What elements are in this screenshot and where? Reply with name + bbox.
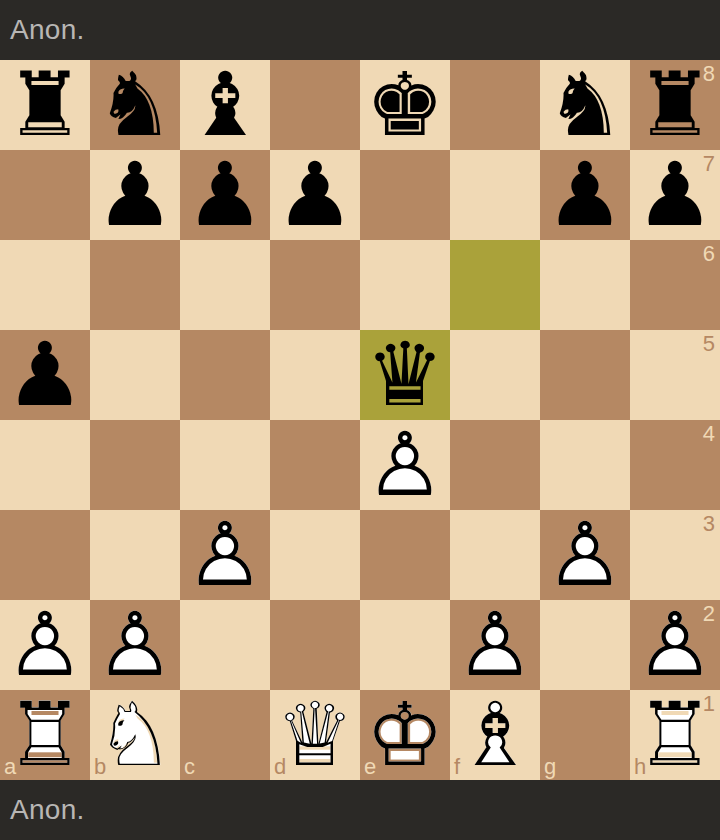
square-c6[interactable] (180, 240, 270, 330)
square-h4[interactable]: 4 (630, 420, 720, 510)
square-h2[interactable]: ♟♙2 (630, 600, 720, 690)
square-b3[interactable] (90, 510, 180, 600)
white-queen-outline: ♕ (270, 690, 360, 780)
white-bishop-piece: ♝♗ (450, 690, 540, 780)
square-g3[interactable]: ♟♙ (540, 510, 630, 600)
black-pawn-piece: ♟ (630, 150, 720, 240)
square-e4[interactable]: ♟♙ (360, 420, 450, 510)
square-a6[interactable] (0, 240, 90, 330)
black-pawn-glyph: ♟ (630, 150, 720, 240)
square-a5[interactable]: ♟ (0, 330, 90, 420)
square-g6[interactable] (540, 240, 630, 330)
square-d7[interactable]: ♟ (270, 150, 360, 240)
white-pawn-piece: ♟♙ (0, 600, 90, 690)
square-a1[interactable]: ♜♖a (0, 690, 90, 780)
white-pawn-glyph: ♟ (630, 600, 720, 690)
white-rook-piece: ♜♖ (630, 690, 720, 780)
white-queen-glyph: ♛ (270, 690, 360, 780)
black-rook-piece: ♜ (0, 60, 90, 150)
square-c4[interactable] (180, 420, 270, 510)
square-a3[interactable] (0, 510, 90, 600)
square-f8[interactable] (450, 60, 540, 150)
square-b4[interactable] (90, 420, 180, 510)
square-e2[interactable] (360, 600, 450, 690)
rank-label-6: 6 (703, 243, 715, 265)
white-pawn-piece: ♟♙ (540, 510, 630, 600)
square-d4[interactable] (270, 420, 360, 510)
square-b5[interactable] (90, 330, 180, 420)
bottom-player-name[interactable]: Anon. (10, 794, 85, 826)
square-a4[interactable] (0, 420, 90, 510)
square-e7[interactable] (360, 150, 450, 240)
square-b8[interactable]: ♞ (90, 60, 180, 150)
white-pawn-glyph: ♟ (180, 510, 270, 600)
black-pawn-glyph: ♟ (270, 150, 360, 240)
square-g1[interactable]: g (540, 690, 630, 780)
white-rook-outline: ♖ (0, 690, 90, 780)
black-pawn-glyph: ♟ (0, 330, 90, 420)
white-queen-piece: ♛♕ (270, 690, 360, 780)
square-f7[interactable] (450, 150, 540, 240)
square-d6[interactable] (270, 240, 360, 330)
square-f5[interactable] (450, 330, 540, 420)
black-knight-glyph: ♞ (90, 60, 180, 150)
black-pawn-glyph: ♟ (90, 150, 180, 240)
square-b1[interactable]: ♞♘b (90, 690, 180, 780)
square-a7[interactable] (0, 150, 90, 240)
black-bishop-piece: ♝ (180, 60, 270, 150)
white-king-glyph: ♚ (360, 690, 450, 780)
top-player-name[interactable]: Anon. (10, 14, 85, 46)
top-player-bar: Anon. (0, 0, 720, 60)
black-pawn-piece: ♟ (540, 150, 630, 240)
square-e1[interactable]: ♚♔e (360, 690, 450, 780)
square-g5[interactable] (540, 330, 630, 420)
square-c8[interactable]: ♝ (180, 60, 270, 150)
black-pawn-piece: ♟ (270, 150, 360, 240)
black-bishop-glyph: ♝ (180, 60, 270, 150)
square-d8[interactable] (270, 60, 360, 150)
white-pawn-glyph: ♟ (360, 420, 450, 510)
white-rook-outline: ♖ (630, 690, 720, 780)
square-d2[interactable] (270, 600, 360, 690)
bottom-player-bar: Anon. (0, 780, 720, 840)
black-knight-glyph: ♞ (540, 60, 630, 150)
black-queen-piece: ♛ (360, 330, 450, 420)
black-pawn-piece: ♟ (180, 150, 270, 240)
white-king-piece: ♚♔ (360, 690, 450, 780)
black-rook-glyph: ♜ (630, 60, 720, 150)
square-g2[interactable] (540, 600, 630, 690)
white-knight-outline: ♘ (90, 690, 180, 780)
square-f6[interactable] (450, 240, 540, 330)
square-f3[interactable] (450, 510, 540, 600)
file-label-c: c (184, 756, 195, 778)
square-h7[interactable]: ♟7 (630, 150, 720, 240)
white-bishop-glyph: ♝ (450, 690, 540, 780)
black-rook-piece: ♜ (630, 60, 720, 150)
square-f4[interactable] (450, 420, 540, 510)
black-pawn-piece: ♟ (0, 330, 90, 420)
rank-label-3: 3 (703, 513, 715, 535)
chess-board[interactable]: ♜♞♝♚♞♜8♟♟♟♟♟76♟♛5♟♙4♟♙♟♙3♟♙♟♙♟♙♟♙2♜♖a♞♘b… (0, 60, 720, 780)
square-d5[interactable] (270, 330, 360, 420)
white-rook-piece: ♜♖ (0, 690, 90, 780)
white-pawn-outline: ♙ (360, 420, 450, 510)
square-e5[interactable]: ♛ (360, 330, 450, 420)
black-pawn-piece: ♟ (90, 150, 180, 240)
white-pawn-glyph: ♟ (540, 510, 630, 600)
game-embed: Anon. ♜♞♝♚♞♜8♟♟♟♟♟76♟♛5♟♙4♟♙♟♙3♟♙♟♙♟♙♟♙2… (0, 0, 720, 840)
square-b7[interactable]: ♟ (90, 150, 180, 240)
white-pawn-outline: ♙ (540, 510, 630, 600)
white-rook-glyph: ♜ (630, 690, 720, 780)
white-pawn-outline: ♙ (450, 600, 540, 690)
white-pawn-piece: ♟♙ (90, 600, 180, 690)
square-b6[interactable] (90, 240, 180, 330)
white-pawn-piece: ♟♙ (180, 510, 270, 600)
rank-label-5: 5 (703, 333, 715, 355)
square-c2[interactable] (180, 600, 270, 690)
square-h1[interactable]: ♜♖h1 (630, 690, 720, 780)
white-pawn-outline: ♙ (630, 600, 720, 690)
white-pawn-glyph: ♟ (90, 600, 180, 690)
white-knight-piece: ♞♘ (90, 690, 180, 780)
square-f1[interactable]: ♝♗f (450, 690, 540, 780)
square-c3[interactable]: ♟♙ (180, 510, 270, 600)
square-g8[interactable]: ♞ (540, 60, 630, 150)
white-knight-glyph: ♞ (90, 690, 180, 780)
white-pawn-piece: ♟♙ (360, 420, 450, 510)
square-d3[interactable] (270, 510, 360, 600)
square-f2[interactable]: ♟♙ (450, 600, 540, 690)
white-pawn-outline: ♙ (180, 510, 270, 600)
white-king-outline: ♔ (360, 690, 450, 780)
white-pawn-piece: ♟♙ (630, 600, 720, 690)
square-h8[interactable]: ♜8 (630, 60, 720, 150)
square-d1[interactable]: ♛♕d (270, 690, 360, 780)
square-b2[interactable]: ♟♙ (90, 600, 180, 690)
rank-label-4: 4 (703, 423, 715, 445)
square-g4[interactable] (540, 420, 630, 510)
square-e8[interactable]: ♚ (360, 60, 450, 150)
white-pawn-outline: ♙ (0, 600, 90, 690)
black-rook-glyph: ♜ (0, 60, 90, 150)
square-h6[interactable]: 6 (630, 240, 720, 330)
white-pawn-glyph: ♟ (450, 600, 540, 690)
square-c1[interactable]: c (180, 690, 270, 780)
square-h5[interactable]: 5 (630, 330, 720, 420)
black-knight-piece: ♞ (90, 60, 180, 150)
square-g7[interactable]: ♟ (540, 150, 630, 240)
square-e3[interactable] (360, 510, 450, 600)
square-a8[interactable]: ♜ (0, 60, 90, 150)
square-c7[interactable]: ♟ (180, 150, 270, 240)
white-pawn-piece: ♟♙ (450, 600, 540, 690)
square-c5[interactable] (180, 330, 270, 420)
square-e6[interactable] (360, 240, 450, 330)
file-label-g: g (544, 756, 556, 778)
black-pawn-glyph: ♟ (180, 150, 270, 240)
white-rook-glyph: ♜ (0, 690, 90, 780)
white-pawn-glyph: ♟ (0, 600, 90, 690)
black-knight-piece: ♞ (540, 60, 630, 150)
white-bishop-outline: ♗ (450, 690, 540, 780)
square-h3[interactable]: 3 (630, 510, 720, 600)
square-a2[interactable]: ♟♙ (0, 600, 90, 690)
black-queen-glyph: ♛ (360, 330, 450, 420)
white-pawn-outline: ♙ (90, 600, 180, 690)
black-king-piece: ♚ (360, 60, 450, 150)
black-pawn-glyph: ♟ (540, 150, 630, 240)
black-king-glyph: ♚ (360, 60, 450, 150)
